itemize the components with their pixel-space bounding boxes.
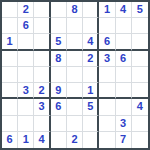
cell-r3c2-empty[interactable] [18, 34, 34, 50]
cell-r9c2-given[interactable]: 1 [18, 132, 34, 148]
cell-r2c8-empty[interactable] [116, 18, 132, 34]
cell-r9c9-empty[interactable] [132, 132, 148, 148]
cell-r1c4-empty[interactable] [51, 2, 67, 18]
cell-r8c3-empty[interactable] [34, 116, 50, 132]
cell-r1c5-given[interactable]: 8 [67, 2, 83, 18]
cell-r3c3-empty[interactable] [34, 34, 50, 50]
cell-r1c3-empty[interactable] [34, 2, 50, 18]
cell-r7c4-given[interactable]: 6 [51, 99, 67, 115]
cell-r2c1-empty[interactable] [2, 18, 18, 34]
cell-r1c8-given[interactable]: 4 [116, 2, 132, 18]
cell-r8c6-empty[interactable] [83, 116, 99, 132]
cell-r6c7-empty[interactable] [99, 83, 115, 99]
cell-r8c7-empty[interactable] [99, 116, 115, 132]
cell-r5c4-empty[interactable] [51, 67, 67, 83]
cell-r1c9-given[interactable]: 5 [132, 2, 148, 18]
cell-r8c5-empty[interactable] [67, 116, 83, 132]
cell-r8c4-empty[interactable] [51, 116, 67, 132]
cell-r5c5-empty[interactable] [67, 67, 83, 83]
cell-r7c2-empty[interactable] [18, 99, 34, 115]
cell-r9c8-given[interactable]: 7 [116, 132, 132, 148]
cell-r5c1-empty[interactable] [2, 67, 18, 83]
cell-r3c5-empty[interactable] [67, 34, 83, 50]
cell-r6c4-given[interactable]: 9 [51, 83, 67, 99]
cell-r4c2-empty[interactable] [18, 51, 34, 67]
cell-r8c9-empty[interactable] [132, 116, 148, 132]
cell-r2c5-empty[interactable] [67, 18, 83, 34]
cell-r4c1-empty[interactable] [2, 51, 18, 67]
cell-r4c6-given[interactable]: 2 [83, 51, 99, 67]
cell-r9c1-given[interactable]: 6 [2, 132, 18, 148]
cell-r9c3-given[interactable]: 4 [34, 132, 50, 148]
cell-r6c5-empty[interactable] [67, 83, 83, 99]
cell-r4c3-empty[interactable] [34, 51, 50, 67]
cell-r2c6-empty[interactable] [83, 18, 99, 34]
sudoku-board: 2814561546823632913654361427 [0, 0, 150, 150]
cell-r6c2-given[interactable]: 3 [18, 83, 34, 99]
cell-r1c6-empty[interactable] [83, 2, 99, 18]
cell-r1c1-empty[interactable] [2, 2, 18, 18]
cell-r8c1-empty[interactable] [2, 116, 18, 132]
cell-r9c5-given[interactable]: 2 [67, 132, 83, 148]
cell-r3c4-given[interactable]: 5 [51, 34, 67, 50]
cell-r3c9-empty[interactable] [132, 34, 148, 50]
cell-r4c8-given[interactable]: 6 [116, 51, 132, 67]
cell-r4c9-empty[interactable] [132, 51, 148, 67]
cell-r5c6-empty[interactable] [83, 67, 99, 83]
cell-r5c7-empty[interactable] [99, 67, 115, 83]
cell-r3c8-empty[interactable] [116, 34, 132, 50]
cell-r2c7-empty[interactable] [99, 18, 115, 34]
cell-r1c7-given[interactable]: 1 [99, 2, 115, 18]
cell-r3c6-given[interactable]: 4 [83, 34, 99, 50]
cell-r2c9-empty[interactable] [132, 18, 148, 34]
cell-r4c7-given[interactable]: 3 [99, 51, 115, 67]
cell-r6c6-given[interactable]: 1 [83, 83, 99, 99]
cell-r2c2-given[interactable]: 6 [18, 18, 34, 34]
cell-r6c9-empty[interactable] [132, 83, 148, 99]
cell-r8c8-given[interactable]: 3 [116, 116, 132, 132]
cell-r9c7-empty[interactable] [99, 132, 115, 148]
cell-r5c3-empty[interactable] [34, 67, 50, 83]
cell-r7c1-empty[interactable] [2, 99, 18, 115]
cell-r7c6-given[interactable]: 5 [83, 99, 99, 115]
cell-r5c8-empty[interactable] [116, 67, 132, 83]
cell-r5c2-empty[interactable] [18, 67, 34, 83]
cell-r7c8-empty[interactable] [116, 99, 132, 115]
cell-r9c4-empty[interactable] [51, 132, 67, 148]
cell-r7c7-empty[interactable] [99, 99, 115, 115]
cell-r6c1-empty[interactable] [2, 83, 18, 99]
cell-r2c4-empty[interactable] [51, 18, 67, 34]
cell-r3c7-given[interactable]: 6 [99, 34, 115, 50]
cell-r3c1-given[interactable]: 1 [2, 34, 18, 50]
cell-r9c6-empty[interactable] [83, 132, 99, 148]
cell-r7c5-empty[interactable] [67, 99, 83, 115]
cell-r4c5-empty[interactable] [67, 51, 83, 67]
cell-r5c9-empty[interactable] [132, 67, 148, 83]
cell-r6c3-given[interactable]: 2 [34, 83, 50, 99]
cell-r6c8-empty[interactable] [116, 83, 132, 99]
cell-r8c2-empty[interactable] [18, 116, 34, 132]
cell-r7c9-given[interactable]: 4 [132, 99, 148, 115]
cell-r2c3-empty[interactable] [34, 18, 50, 34]
cell-r4c4-given[interactable]: 8 [51, 51, 67, 67]
cell-r7c3-given[interactable]: 3 [34, 99, 50, 115]
cell-r1c2-given[interactable]: 2 [18, 2, 34, 18]
